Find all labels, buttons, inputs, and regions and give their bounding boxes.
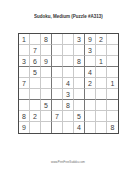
footer-url: www.PrintFreeSudoku.com [44,161,92,164]
cell-r5c3[interactable] [41,78,52,89]
cell-r9c2[interactable] [30,122,41,133]
cell-r5c7[interactable]: 2 [85,78,96,89]
cell-r9c9[interactable]: 8 [107,122,118,133]
cell-r3c2[interactable]: 6 [30,56,41,67]
cell-r4c4[interactable] [52,67,63,78]
cell-r8c9[interactable] [107,111,118,122]
cell-r3c5[interactable] [63,56,74,67]
cell-r2c6[interactable] [74,45,85,56]
cell-r2c8[interactable] [96,45,107,56]
cell-r4c7[interactable]: 4 [85,67,96,78]
cell-r1c4[interactable] [52,34,63,45]
cell-r8c6[interactable]: 5 [74,111,85,122]
cell-r7c1[interactable] [19,100,30,111]
cell-r9c3[interactable] [41,122,52,133]
cell-r5c6[interactable] [74,78,85,89]
puzzle-page: Sudoku, Medium (Puzzle #A313) 1839273369… [0,0,136,176]
cell-r8c3[interactable] [41,111,52,122]
cell-r1c2[interactable] [30,34,41,45]
cell-r5c4[interactable] [52,78,63,89]
cell-r4c5[interactable] [63,67,74,78]
cell-r7c3[interactable]: 5 [41,100,52,111]
cell-r9c4[interactable] [52,122,63,133]
cell-r3c1[interactable]: 3 [19,56,30,67]
cell-r5c8[interactable] [96,78,107,89]
cell-r6c6[interactable] [74,89,85,100]
cell-r3c8[interactable]: 1 [96,56,107,67]
cell-r8c7[interactable] [85,111,96,122]
cell-r8c2[interactable]: 2 [30,111,41,122]
cell-r1c5[interactable] [63,34,74,45]
cell-r5c5[interactable]: 4 [63,78,74,89]
cell-r3c9[interactable] [107,56,118,67]
page-title: Sudoku, Medium (Puzzle #A313) [34,13,102,19]
cell-r4c9[interactable] [107,67,118,78]
cell-r2c1[interactable] [19,45,30,56]
cell-r1c8[interactable]: 2 [96,34,107,45]
cell-r1c3[interactable]: 8 [41,34,52,45]
cell-r4c2[interactable]: 5 [30,67,41,78]
cell-r1c7[interactable]: 9 [85,34,96,45]
cell-r6c2[interactable] [30,89,41,100]
cell-r9c5[interactable] [63,122,74,133]
cell-r6c4[interactable] [52,89,63,100]
cell-r6c1[interactable] [19,89,30,100]
cell-r6c3[interactable] [41,89,52,100]
cell-r3c7[interactable] [85,56,96,67]
cell-r5c9[interactable]: 1 [107,78,118,89]
cell-r5c2[interactable] [30,78,41,89]
cell-r4c8[interactable] [96,67,107,78]
cell-r8c1[interactable]: 8 [19,111,30,122]
cell-r8c4[interactable]: 7 [52,111,63,122]
cell-r2c7[interactable]: 3 [85,45,96,56]
cell-r7c4[interactable] [52,100,63,111]
cell-r7c2[interactable] [30,100,41,111]
cell-r6c7[interactable] [85,89,96,100]
cell-r2c3[interactable] [41,45,52,56]
cell-r3c4[interactable] [52,56,63,67]
cell-r7c7[interactable] [85,100,96,111]
cell-r4c3[interactable] [41,67,52,78]
cell-r7c5[interactable]: 8 [63,100,74,111]
cell-r2c9[interactable] [107,45,118,56]
cell-r6c5[interactable]: 3 [63,89,74,100]
cell-r4c6[interactable] [74,67,85,78]
cell-r3c6[interactable]: 8 [74,56,85,67]
cell-r1c9[interactable] [107,34,118,45]
cell-r1c6[interactable]: 3 [74,34,85,45]
cell-r1c1[interactable]: 1 [19,34,30,45]
cell-r7c9[interactable] [107,100,118,111]
cell-r6c8[interactable] [96,89,107,100]
cell-r9c8[interactable] [96,122,107,133]
sudoku-grid: 1839273369815474213588275948 [18,33,119,134]
cell-r8c5[interactable] [63,111,74,122]
cell-r3c3[interactable]: 9 [41,56,52,67]
cell-r7c8[interactable] [96,100,107,111]
cell-r4c1[interactable] [19,67,30,78]
cell-r9c1[interactable]: 9 [19,122,30,133]
cell-r2c2[interactable]: 7 [30,45,41,56]
cell-r8c8[interactable] [96,111,107,122]
cell-r5c1[interactable]: 7 [19,78,30,89]
cell-r2c5[interactable] [63,45,74,56]
cell-r7c6[interactable] [74,100,85,111]
cell-r6c9[interactable] [107,89,118,100]
cell-r9c6[interactable]: 4 [74,122,85,133]
cell-r9c7[interactable] [85,122,96,133]
cell-r2c4[interactable] [52,45,63,56]
